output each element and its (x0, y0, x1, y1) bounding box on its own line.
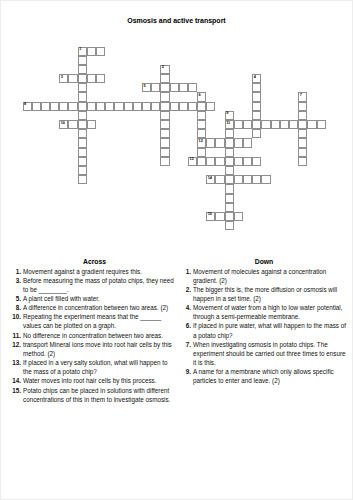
clue-down-4: 4.Movement of water from a high to low w… (181, 303, 347, 321)
clue-number: 8. (11, 303, 23, 312)
cell-r13c6[interactable] (78, 166, 87, 175)
clue-text: Repeating the experiment means that the … (23, 312, 178, 330)
cell-r10c30[interactable] (298, 138, 307, 147)
cell-r6c4[interactable] (59, 102, 68, 111)
clue-down-1: 1.Movement of molecules against a concen… (181, 267, 347, 285)
cell-r12c25[interactable] (252, 157, 261, 166)
cell-r10c21[interactable] (215, 138, 224, 147)
clue-text: The bigger this is, the more diffusion o… (193, 285, 347, 303)
cell-r6c3[interactable] (50, 102, 59, 111)
cell-number: 5 (143, 84, 145, 89)
cell-number: 11 (226, 121, 230, 126)
cell-number: 6 (199, 93, 201, 98)
cell-r11c15[interactable] (160, 148, 169, 157)
cell-r7c30[interactable] (298, 111, 307, 120)
clue-number: 3. (11, 276, 23, 294)
cell-r7c22[interactable]: 9 (225, 111, 234, 120)
cell-r12c20[interactable] (206, 157, 215, 166)
cell-r4c17[interactable] (179, 83, 188, 92)
cell-r10c20[interactable] (206, 138, 215, 147)
clue-across-12: 12.transport Mineral ions move into root… (11, 340, 178, 358)
cell-r8c30[interactable] (298, 120, 307, 129)
clue-across-5: 5.A plant cell filled with water. (11, 294, 178, 303)
page-title: Osmosis and active transport (0, 17, 353, 24)
clue-down-6: 6.If placed in pure water, what will hap… (181, 321, 347, 339)
cell-r10c6[interactable] (78, 138, 87, 147)
clue-number: 12. (11, 340, 23, 358)
clue-text: Movement against a gradient requires thi… (23, 267, 178, 276)
cell-number: 2 (162, 65, 164, 70)
cell-number: 13 (189, 157, 193, 162)
cell-r10c15[interactable] (160, 138, 169, 147)
cell-r14c6[interactable] (78, 175, 87, 184)
cell-r8c31[interactable] (307, 120, 316, 129)
cell-r12c24[interactable] (243, 157, 252, 166)
clue-number: 7. (181, 340, 193, 367)
cell-r6c20[interactable] (206, 102, 215, 111)
clue-number: 4. (181, 303, 193, 321)
cell-r12c22[interactable] (225, 157, 234, 166)
cell-r6c1[interactable] (32, 102, 41, 111)
cell-r8c5[interactable] (68, 120, 77, 129)
cell-r16c22[interactable] (225, 194, 234, 203)
cell-r18c23[interactable] (234, 212, 243, 221)
clue-number: 9. (181, 367, 193, 385)
down-header: Down (181, 257, 347, 266)
cell-r6c14[interactable] (151, 102, 160, 111)
cell-r6c2[interactable] (41, 102, 50, 111)
clue-text: Movement of molecules against a concentr… (193, 267, 347, 285)
cell-r4c15[interactable] (160, 83, 169, 92)
clue-text: If placed in pure water, what will happe… (193, 321, 347, 339)
across-clues-list: 1.Movement against a gradient requires t… (11, 267, 178, 404)
cell-r14c21[interactable] (215, 175, 224, 184)
clue-text: A plant cell filled with water. (23, 294, 178, 303)
cell-r6c0[interactable]: 8 (23, 102, 32, 111)
clue-text: Movement of water from a high to low wat… (193, 303, 347, 321)
clue-number: 11. (11, 331, 23, 340)
cell-r11c30[interactable] (298, 148, 307, 157)
cell-r3c5[interactable] (68, 74, 77, 83)
clue-across-3: 3.Before measuring the mass of potato ch… (11, 276, 178, 294)
cell-r4c18[interactable] (188, 83, 197, 92)
clue-number: 1. (11, 267, 23, 276)
cell-r6c12[interactable] (133, 102, 142, 111)
cell-r6c7[interactable] (87, 102, 96, 111)
cell-r6c10[interactable] (114, 102, 123, 111)
cell-r8c23[interactable] (234, 120, 243, 129)
clue-number: 14. (11, 376, 23, 385)
cell-r11c22[interactable] (225, 148, 234, 157)
cell-r18c21[interactable] (215, 212, 224, 221)
cell-r15c22[interactable] (225, 184, 234, 193)
cell-r9c6[interactable] (78, 129, 87, 138)
cell-r8c26[interactable] (261, 120, 270, 129)
clue-across-10: 10.Repeating the experiment means that t… (11, 312, 178, 330)
cell-r14c23[interactable] (234, 175, 243, 184)
cell-r8c6[interactable] (78, 120, 87, 129)
cell-r6c15[interactable] (160, 102, 169, 111)
cell-r18c22[interactable] (225, 212, 234, 221)
clue-text: transport Mineral ions move into root ha… (23, 340, 178, 358)
cell-r0c7[interactable] (87, 47, 96, 56)
cell-r8c24[interactable] (243, 120, 252, 129)
clue-text: A name for a membrane which only allows … (193, 367, 347, 385)
cell-r9c19[interactable] (197, 129, 206, 138)
cell-number: 12 (199, 139, 203, 144)
clue-down-9: 9.A name for a membrane which only allow… (181, 367, 347, 385)
clue-text: Potato chips can be placed in solutions … (23, 386, 178, 404)
cell-number: 9 (226, 111, 228, 116)
cell-r8c25[interactable] (252, 120, 261, 129)
cell-r11c19[interactable] (197, 148, 206, 157)
cell-r2c15[interactable]: 2 (160, 65, 169, 74)
cell-r6c6[interactable] (78, 102, 87, 111)
cell-r11c6[interactable] (78, 148, 87, 157)
cell-r1c6[interactable] (78, 56, 87, 65)
cell-r6c18[interactable] (188, 102, 197, 111)
cell-number: 15 (208, 212, 212, 217)
cell-r7c25[interactable] (252, 111, 261, 120)
across-clues-column: Across 1.Movement against a gradient req… (11, 257, 178, 404)
clue-across-13: 13.If placed in a very salty solution, w… (11, 358, 178, 376)
cell-r12c6[interactable] (78, 157, 87, 166)
cell-r10c19[interactable]: 12 (197, 138, 206, 147)
clue-across-15: 15.Potato chips can be placed in solutio… (11, 386, 178, 404)
across-header: Across (11, 257, 178, 266)
cell-r5c30[interactable]: 7 (298, 92, 307, 101)
cell-r0c8[interactable] (96, 47, 105, 56)
cell-r19c22[interactable] (225, 221, 234, 230)
cell-number: 8 (24, 102, 26, 107)
cell-r3c6[interactable] (78, 74, 87, 83)
cell-r3c25[interactable]: 4 (252, 74, 261, 83)
cell-r0c6[interactable]: 1 (78, 47, 87, 56)
cell-number: 1 (79, 47, 81, 52)
cell-r8c22[interactable]: 11 (225, 120, 234, 129)
cell-r4c14[interactable] (151, 83, 160, 92)
cell-r6c16[interactable] (170, 102, 179, 111)
cell-r4c13[interactable]: 5 (142, 83, 151, 92)
cell-r8c19[interactable] (197, 120, 206, 129)
cell-r5c25[interactable] (252, 92, 261, 101)
cell-r5c6[interactable] (78, 92, 87, 101)
cell-r5c19[interactable]: 6 (197, 92, 206, 101)
cell-r12c21[interactable] (215, 157, 224, 166)
clue-number: 10. (11, 312, 23, 330)
clue-number: 15. (11, 386, 23, 404)
cell-r8c4[interactable]: 10 (59, 120, 68, 129)
clue-number: 13. (11, 358, 23, 376)
cell-r10c24[interactable] (243, 138, 252, 147)
clue-down-7: 7.When investigating osmosis in potato c… (181, 340, 347, 367)
cell-r8c28[interactable] (280, 120, 289, 129)
cell-r7c6[interactable] (78, 111, 87, 120)
cell-r5c15[interactable] (160, 92, 169, 101)
cell-r8c27[interactable] (271, 120, 280, 129)
cell-r9c15[interactable] (160, 129, 169, 138)
cell-r4c25[interactable] (252, 83, 261, 92)
cell-r6c17[interactable] (179, 102, 188, 111)
cell-r12c19[interactable] (197, 157, 206, 166)
clue-text: A difference in concentration between tw… (23, 303, 178, 312)
clue-across-14: 14.Water moves into root hair cells by t… (11, 376, 178, 385)
clue-across-1: 1.Movement against a gradient requires t… (11, 267, 178, 276)
clue-text: If placed in a very salty solution, what… (23, 358, 178, 376)
cell-r6c19[interactable] (197, 102, 206, 111)
cell-r6c8[interactable] (96, 102, 105, 111)
cell-r6c25[interactable] (252, 102, 261, 111)
clue-down-2: 2.The bigger this is, the more diffusion… (181, 285, 347, 303)
clue-number: 1. (181, 267, 193, 285)
cell-r8c7[interactable] (87, 120, 96, 129)
cell-number: 3 (61, 75, 63, 80)
cell-r6c11[interactable] (124, 102, 133, 111)
cell-r12c30[interactable] (298, 157, 307, 166)
cell-r6c9[interactable] (105, 102, 114, 111)
cell-r2c6[interactable] (78, 65, 87, 74)
cell-r10c22[interactable] (225, 138, 234, 147)
cell-r3c7[interactable] (87, 74, 96, 83)
cell-r10c23[interactable] (234, 138, 243, 147)
cell-number: 10 (61, 121, 65, 126)
cell-r14c25[interactable] (252, 175, 261, 184)
cell-r7c19[interactable] (197, 111, 206, 120)
cell-r14c26[interactable] (261, 175, 270, 184)
cell-r8c32[interactable] (317, 120, 326, 129)
cell-r8c29[interactable] (289, 120, 298, 129)
cell-r12c15[interactable] (160, 157, 169, 166)
cell-r14c20[interactable]: 14 (206, 175, 215, 184)
cell-r13c22[interactable] (225, 166, 234, 175)
down-clues-list: 1.Movement of molecules against a concen… (181, 267, 347, 386)
cell-r8c15[interactable] (160, 120, 169, 129)
cell-number: 14 (208, 176, 212, 181)
clue-text: Water moves into root hair cells by this… (23, 376, 178, 385)
clue-text: Before measuring the mass of potato chip… (23, 276, 178, 294)
cell-r3c4[interactable]: 3 (59, 74, 68, 83)
crossword-grid: 135810111213141524679 (23, 47, 326, 231)
worksheet-page: Osmosis and active transport 13581011121… (0, 0, 353, 500)
cell-r14c22[interactable] (225, 175, 234, 184)
cell-r17c22[interactable] (225, 203, 234, 212)
cell-r9c25[interactable] (252, 129, 261, 138)
clue-number: 5. (11, 294, 23, 303)
clue-text: When investigating osmosis in potato chi… (193, 340, 347, 367)
cell-r3c8[interactable] (96, 74, 105, 83)
cell-r4c16[interactable] (170, 83, 179, 92)
cell-r6c30[interactable] (298, 102, 307, 111)
cell-r18c20[interactable]: 15 (206, 212, 215, 221)
cell-number: 7 (300, 93, 302, 98)
cell-r9c22[interactable] (225, 129, 234, 138)
cell-r6c5[interactable] (68, 102, 77, 111)
cell-r3c15[interactable] (160, 74, 169, 83)
cell-r9c30[interactable] (298, 129, 307, 138)
cell-r12c18[interactable]: 13 (188, 157, 197, 166)
down-clues-column: Down 1.Movement of molecules against a c… (181, 257, 347, 386)
cell-r4c6[interactable] (78, 83, 87, 92)
cell-r7c15[interactable] (160, 111, 169, 120)
clue-number: 2. (181, 285, 193, 303)
cell-r14c24[interactable] (243, 175, 252, 184)
cell-r12c23[interactable] (234, 157, 243, 166)
clue-text: No difference in concentration between t… (23, 331, 178, 340)
clue-across-11: 11.No difference in concentration betwee… (11, 331, 178, 340)
clue-number: 6. (181, 321, 193, 339)
cell-number: 4 (254, 75, 256, 80)
clue-across-8: 8.A difference in concentration between … (11, 303, 178, 312)
cell-r6c13[interactable] (142, 102, 151, 111)
